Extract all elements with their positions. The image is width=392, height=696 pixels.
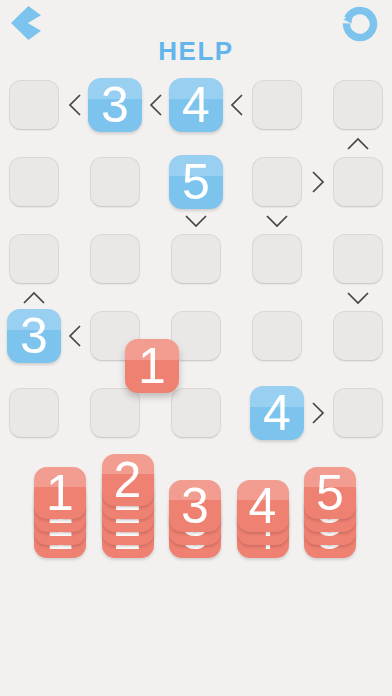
inequality-arrow-greater <box>311 170 325 194</box>
board-cell-r3c4[interactable] <box>252 234 302 284</box>
board-cell-r2c4[interactable] <box>252 157 302 207</box>
board-cell-r3c3[interactable] <box>171 234 221 284</box>
tray-stack-5[interactable]: 5555 <box>304 467 356 558</box>
board-cell-r4c5[interactable] <box>333 311 383 361</box>
inequality-arrow-less <box>149 93 163 117</box>
inequality-arrow-less <box>68 93 82 117</box>
board-cell-r5c5[interactable] <box>333 388 383 438</box>
inequality-arrow-down <box>346 291 370 305</box>
given-tile-4: 4 <box>250 386 304 440</box>
tray-stack-2[interactable]: 22222 <box>102 454 154 558</box>
tile-number: 2 <box>114 451 142 509</box>
tile-number: 4 <box>249 477 277 535</box>
tray-tile-5: 5 <box>304 467 356 519</box>
tile-number: 1 <box>46 464 74 522</box>
tile-number: 4 <box>182 76 210 134</box>
board-cell-r2c1[interactable] <box>9 157 59 207</box>
board-cell-r5c3[interactable] <box>171 388 221 438</box>
game-screen: HELP 345341 1111222223334445555 <box>0 0 392 696</box>
tile-number: 4 <box>263 384 291 442</box>
board-cell-r1c4[interactable] <box>252 80 302 130</box>
board-cell-r2c2[interactable] <box>90 157 140 207</box>
dragged-tile-1[interactable]: 1 <box>125 339 179 393</box>
tray-tile-3: 3 <box>169 480 221 532</box>
inequality-arrow-greater <box>311 401 325 425</box>
board-cell-r3c1[interactable] <box>9 234 59 284</box>
inequality-arrow-less <box>68 324 82 348</box>
given-tile-3: 3 <box>7 309 61 363</box>
board-cell-r3c2[interactable] <box>90 234 140 284</box>
tray-tile-1: 1 <box>34 467 86 519</box>
tray-stack-3[interactable]: 333 <box>169 480 221 558</box>
back-button-icon[interactable] <box>11 6 41 40</box>
given-tile-4: 4 <box>169 78 223 132</box>
inequality-arrow-down <box>265 214 289 228</box>
inequality-arrow-down <box>184 214 208 228</box>
board-cell-r5c1[interactable] <box>9 388 59 438</box>
board-cell-r2c5[interactable] <box>333 157 383 207</box>
tray-stack-4[interactable]: 444 <box>237 480 289 558</box>
board-cell-r4c4[interactable] <box>252 311 302 361</box>
tile-number: 5 <box>182 153 210 211</box>
given-tile-5: 5 <box>169 155 223 209</box>
inequality-arrow-less <box>230 93 244 117</box>
inequality-arrow-up <box>346 137 370 151</box>
board-cell-r3c5[interactable] <box>333 234 383 284</box>
page-title: HELP <box>0 36 392 67</box>
board-cell-r1c5[interactable] <box>333 80 383 130</box>
tile-number: 3 <box>181 477 209 535</box>
tray-stack-1[interactable]: 1111 <box>34 467 86 558</box>
tray-tile-4: 4 <box>237 480 289 532</box>
board-cell-r1c1[interactable] <box>9 80 59 130</box>
tray-tile-2: 2 <box>102 454 154 506</box>
tile-number: 5 <box>316 464 344 522</box>
board-cell-r5c2[interactable] <box>90 388 140 438</box>
tile-number: 1 <box>138 337 166 395</box>
inequality-arrow-up <box>22 291 46 305</box>
given-tile-3: 3 <box>88 78 142 132</box>
tile-number: 3 <box>101 76 129 134</box>
tile-number: 3 <box>20 307 48 365</box>
